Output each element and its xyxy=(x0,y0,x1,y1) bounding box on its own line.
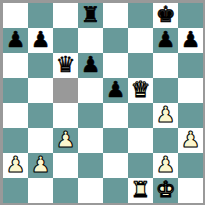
square-h6[interactable] xyxy=(178,53,203,78)
square-h4[interactable] xyxy=(178,103,203,128)
piece-black-pawn: ♟ xyxy=(156,28,176,52)
square-g5[interactable] xyxy=(153,78,178,103)
piece-black-king: ♚ xyxy=(156,3,176,27)
square-g3[interactable] xyxy=(153,128,178,153)
piece-black-pawn: ♟ xyxy=(181,28,201,52)
square-b1[interactable] xyxy=(28,178,53,203)
square-h5[interactable] xyxy=(178,78,203,103)
square-f2[interactable] xyxy=(128,153,153,178)
square-d7[interactable] xyxy=(78,28,103,53)
chess-board: ♜♚♟♟♟♟♛♟♟♛♟♟♟♟♟♟♜♚ xyxy=(3,3,203,203)
piece-white-king: ♚ xyxy=(156,178,176,202)
square-c6[interactable]: ♛ xyxy=(53,53,78,78)
square-g2[interactable]: ♟ xyxy=(153,153,178,178)
square-h7[interactable]: ♟ xyxy=(178,28,203,53)
square-c7[interactable] xyxy=(53,28,78,53)
piece-white-pawn: ♟ xyxy=(56,128,76,152)
square-f7[interactable] xyxy=(128,28,153,53)
square-a7[interactable]: ♟ xyxy=(3,28,28,53)
square-d3[interactable] xyxy=(78,128,103,153)
square-e3[interactable] xyxy=(103,128,128,153)
square-f1[interactable]: ♜ xyxy=(128,178,153,203)
square-a6[interactable] xyxy=(3,53,28,78)
board-frame: ♜♚♟♟♟♟♛♟♟♛♟♟♟♟♟♟♜♚ xyxy=(0,0,205,205)
piece-white-pawn: ♟ xyxy=(156,153,176,177)
piece-black-pawn: ♟ xyxy=(81,53,101,77)
square-a4[interactable] xyxy=(3,103,28,128)
square-h2[interactable] xyxy=(178,153,203,178)
square-g8[interactable]: ♚ xyxy=(153,3,178,28)
piece-black-pawn: ♟ xyxy=(31,28,51,52)
square-e4[interactable] xyxy=(103,103,128,128)
piece-black-pawn: ♟ xyxy=(106,78,126,102)
square-c3[interactable]: ♟ xyxy=(53,128,78,153)
square-g6[interactable] xyxy=(153,53,178,78)
square-b7[interactable]: ♟ xyxy=(28,28,53,53)
piece-white-pawn: ♟ xyxy=(156,103,176,127)
square-h1[interactable] xyxy=(178,178,203,203)
piece-white-pawn: ♟ xyxy=(31,153,51,177)
square-d1[interactable] xyxy=(78,178,103,203)
square-b3[interactable] xyxy=(28,128,53,153)
square-f5[interactable]: ♛ xyxy=(128,78,153,103)
square-b8[interactable] xyxy=(28,3,53,28)
square-a1[interactable] xyxy=(3,178,28,203)
square-d8[interactable]: ♜ xyxy=(78,3,103,28)
square-f4[interactable] xyxy=(128,103,153,128)
square-e8[interactable] xyxy=(103,3,128,28)
square-b5[interactable] xyxy=(28,78,53,103)
square-c5[interactable] xyxy=(53,78,78,103)
square-a5[interactable] xyxy=(3,78,28,103)
square-e5[interactable]: ♟ xyxy=(103,78,128,103)
piece-white-queen: ♛ xyxy=(131,78,151,102)
square-f3[interactable] xyxy=(128,128,153,153)
square-f8[interactable] xyxy=(128,3,153,28)
square-a8[interactable] xyxy=(3,3,28,28)
square-c4[interactable] xyxy=(53,103,78,128)
square-e1[interactable] xyxy=(103,178,128,203)
square-g1[interactable]: ♚ xyxy=(153,178,178,203)
square-b2[interactable]: ♟ xyxy=(28,153,53,178)
square-d6[interactable]: ♟ xyxy=(78,53,103,78)
square-c2[interactable] xyxy=(53,153,78,178)
piece-white-pawn: ♟ xyxy=(181,128,201,152)
square-h3[interactable]: ♟ xyxy=(178,128,203,153)
square-a2[interactable]: ♟ xyxy=(3,153,28,178)
square-a3[interactable] xyxy=(3,128,28,153)
square-d4[interactable] xyxy=(78,103,103,128)
piece-white-pawn: ♟ xyxy=(6,153,26,177)
square-e6[interactable] xyxy=(103,53,128,78)
piece-black-pawn: ♟ xyxy=(6,28,26,52)
square-b6[interactable] xyxy=(28,53,53,78)
square-c8[interactable] xyxy=(53,3,78,28)
square-e7[interactable] xyxy=(103,28,128,53)
square-g7[interactable]: ♟ xyxy=(153,28,178,53)
square-g4[interactable]: ♟ xyxy=(153,103,178,128)
square-e2[interactable] xyxy=(103,153,128,178)
square-d5[interactable] xyxy=(78,78,103,103)
piece-black-rook: ♜ xyxy=(81,3,101,27)
piece-white-rook: ♜ xyxy=(131,178,151,202)
square-b4[interactable] xyxy=(28,103,53,128)
piece-black-queen: ♛ xyxy=(56,53,76,77)
square-f6[interactable] xyxy=(128,53,153,78)
square-h8[interactable] xyxy=(178,3,203,28)
square-c1[interactable] xyxy=(53,178,78,203)
square-d2[interactable] xyxy=(78,153,103,178)
